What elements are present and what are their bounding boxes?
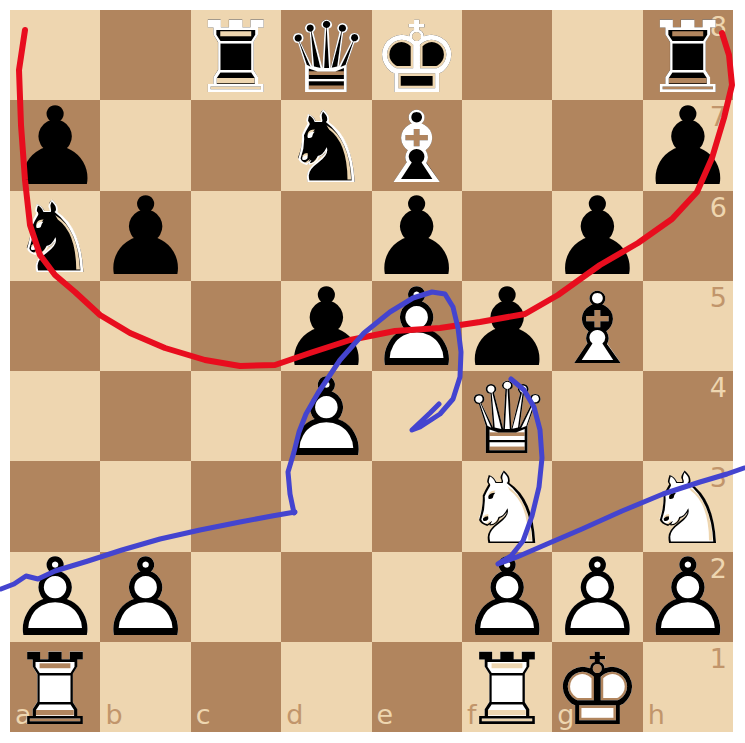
square-d1[interactable]: d xyxy=(281,642,371,732)
square-a6[interactable]: ♞♘ xyxy=(10,191,100,281)
piece-black-pawn-g6[interactable]: ♟ xyxy=(552,191,642,281)
square-c2[interactable] xyxy=(191,552,281,642)
white-pawn-outline: ♙ xyxy=(368,274,465,382)
square-c6[interactable] xyxy=(191,191,281,281)
piece-white-pawn-f2[interactable]: ♟♙ xyxy=(462,552,552,642)
piece-white-queen-f4[interactable]: ♛♕ xyxy=(462,371,552,461)
piece-white-pawn-a2[interactable]: ♟♙ xyxy=(10,552,100,642)
piece-black-pawn-b6[interactable]: ♟ xyxy=(100,191,190,281)
square-a4[interactable] xyxy=(10,371,100,461)
piece-black-rook-c8[interactable]: ♜♖ xyxy=(191,10,281,100)
square-b6[interactable]: ♟ xyxy=(100,191,190,281)
square-d7[interactable]: ♞♘ xyxy=(281,100,371,190)
square-e1[interactable]: e xyxy=(372,642,462,732)
white-rook-outline: ♖ xyxy=(11,639,100,738)
square-b4[interactable] xyxy=(100,371,190,461)
piece-black-knight-a6[interactable]: ♞♘ xyxy=(10,191,100,281)
rank-label-4: 4 xyxy=(710,374,727,401)
piece-white-bishop-g5[interactable]: ♝♗ xyxy=(552,281,642,371)
square-h2[interactable]: 2♟♙ xyxy=(643,552,733,642)
piece-black-pawn-a7[interactable]: ♟ xyxy=(10,100,100,190)
square-h7[interactable]: 7♟ xyxy=(643,100,733,190)
black-pawn-glyph: ♟ xyxy=(97,183,194,291)
square-g2[interactable]: ♟♙ xyxy=(552,552,642,642)
square-e8[interactable]: ♚♔ xyxy=(372,10,462,100)
square-b2[interactable]: ♟♙ xyxy=(100,552,190,642)
square-e3[interactable] xyxy=(372,461,462,551)
square-c4[interactable] xyxy=(191,371,281,461)
square-g4[interactable] xyxy=(552,371,642,461)
piece-black-pawn-f5[interactable]: ♟ xyxy=(462,281,552,371)
square-d3[interactable] xyxy=(281,461,371,551)
white-bishop-outline: ♗ xyxy=(553,278,642,377)
black-knight-detail: ♘ xyxy=(282,98,371,197)
piece-white-pawn-d4[interactable]: ♟♙ xyxy=(281,371,371,461)
square-c5[interactable] xyxy=(191,281,281,371)
square-d2[interactable] xyxy=(281,552,371,642)
file-label-e: e xyxy=(377,701,394,728)
piece-white-rook-a1[interactable]: ♜♖ xyxy=(10,642,100,732)
square-c8[interactable]: ♜♖ xyxy=(191,10,281,100)
file-label-h: h xyxy=(648,701,665,728)
square-f4[interactable]: ♛♕ xyxy=(462,371,552,461)
square-e4[interactable] xyxy=(372,371,462,461)
piece-white-rook-f1[interactable]: ♜♖ xyxy=(462,642,552,732)
piece-white-king-g1[interactable]: ♚♔ xyxy=(552,642,642,732)
piece-white-pawn-e5[interactable]: ♟♙ xyxy=(372,281,462,371)
black-pawn-glyph: ♟ xyxy=(639,93,736,201)
square-g6[interactable]: ♟ xyxy=(552,191,642,281)
square-h5[interactable]: 5 xyxy=(643,281,733,371)
white-rook-outline: ♖ xyxy=(463,639,552,738)
square-a5[interactable] xyxy=(10,281,100,371)
rank-label-1: 1 xyxy=(710,645,727,672)
file-label-b: b xyxy=(105,701,122,728)
black-knight-detail: ♘ xyxy=(11,188,100,287)
square-b5[interactable] xyxy=(100,281,190,371)
square-a1[interactable]: a♜♖ xyxy=(10,642,100,732)
file-label-d: d xyxy=(286,701,303,728)
piece-white-pawn-g2[interactable]: ♟♙ xyxy=(552,552,642,642)
square-c3[interactable] xyxy=(191,461,281,551)
square-g1[interactable]: g♚♔ xyxy=(552,642,642,732)
square-h4[interactable]: 4 xyxy=(643,371,733,461)
square-d4[interactable]: ♟♙ xyxy=(281,371,371,461)
square-c7[interactable] xyxy=(191,100,281,190)
black-rook-detail: ♖ xyxy=(192,7,281,106)
square-b8[interactable] xyxy=(100,10,190,100)
square-f5[interactable]: ♟ xyxy=(462,281,552,371)
square-b1[interactable]: b xyxy=(100,642,190,732)
white-pawn-outline: ♙ xyxy=(97,544,194,652)
piece-white-pawn-h2[interactable]: ♟♙ xyxy=(643,552,733,642)
square-c1[interactable]: c xyxy=(191,642,281,732)
square-d8[interactable]: ♛♕ xyxy=(281,10,371,100)
chess-board: ♜♖♛♕♚♔8♜♖♟♞♘♝♗7♟♞♘♟♟♟6♟♟♙♟♝♗5♟♙♛♕4♞♘3♞♘♟… xyxy=(10,10,733,732)
rank-label-5: 5 xyxy=(710,284,727,311)
square-a2[interactable]: ♟♙ xyxy=(10,552,100,642)
square-f7[interactable] xyxy=(462,100,552,190)
square-g5[interactable]: ♝♗ xyxy=(552,281,642,371)
square-f2[interactable]: ♟♙ xyxy=(462,552,552,642)
piece-black-king-e8[interactable]: ♚♔ xyxy=(372,10,462,100)
square-e2[interactable] xyxy=(372,552,462,642)
piece-black-queen-d8[interactable]: ♛♕ xyxy=(281,10,371,100)
piece-white-pawn-b2[interactable]: ♟♙ xyxy=(100,552,190,642)
file-label-c: c xyxy=(196,701,211,728)
white-king-outline: ♔ xyxy=(553,639,642,738)
square-g8[interactable] xyxy=(552,10,642,100)
square-a7[interactable]: ♟ xyxy=(10,100,100,190)
piece-black-knight-d7[interactable]: ♞♘ xyxy=(281,100,371,190)
square-e5[interactable]: ♟♙ xyxy=(372,281,462,371)
piece-black-pawn-h7[interactable]: ♟ xyxy=(643,100,733,190)
white-pawn-outline: ♙ xyxy=(639,544,736,652)
square-f1[interactable]: f♜♖ xyxy=(462,642,552,732)
square-h1[interactable]: 1h xyxy=(643,642,733,732)
rank-label-6: 6 xyxy=(710,194,727,221)
square-f8[interactable] xyxy=(462,10,552,100)
white-pawn-outline: ♙ xyxy=(278,364,375,472)
square-h6[interactable]: 6 xyxy=(643,191,733,281)
